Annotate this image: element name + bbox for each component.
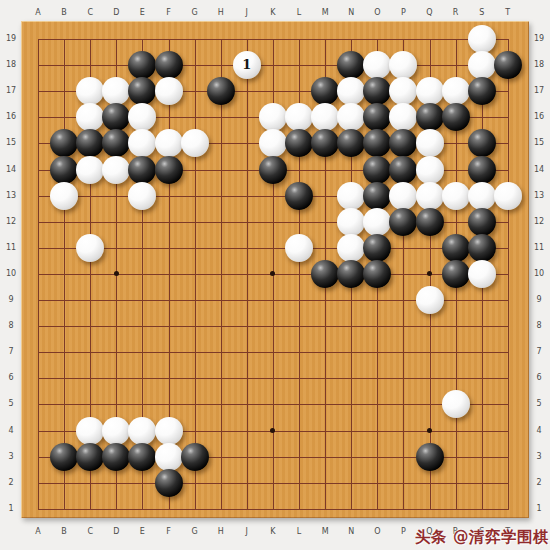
black-stone — [442, 260, 470, 288]
coordinate-label-top: M — [315, 8, 335, 18]
coordinate-label-bottom: B — [54, 527, 74, 537]
white-stone — [50, 182, 78, 210]
watermark: 头条 @清弈学围棋 — [415, 527, 549, 548]
coordinate-label-top: D — [106, 8, 126, 18]
coordinate-label-right: 6 — [529, 373, 549, 383]
white-stone — [128, 129, 156, 157]
white-stone — [468, 51, 496, 79]
black-stone — [50, 129, 78, 157]
white-stone — [442, 390, 470, 418]
white-stone — [416, 129, 444, 157]
white-stone — [102, 417, 130, 445]
black-stone — [76, 443, 104, 471]
coordinate-label-top: N — [341, 8, 361, 18]
coordinate-label-left: 9 — [1, 295, 21, 305]
coordinate-label-bottom: A — [28, 527, 48, 537]
black-stone — [363, 77, 391, 105]
coordinate-label-bottom: P — [393, 527, 413, 537]
black-stone — [363, 234, 391, 262]
black-stone — [468, 77, 496, 105]
white-stone — [468, 260, 496, 288]
black-stone — [468, 156, 496, 184]
coordinate-label-right: 7 — [529, 347, 549, 357]
black-stone — [442, 234, 470, 262]
coordinate-label-bottom: F — [159, 527, 179, 537]
coordinate-label-left: 11 — [1, 243, 21, 253]
black-stone — [337, 260, 365, 288]
coordinate-label-right: 13 — [529, 191, 549, 201]
coordinate-label-top: E — [132, 8, 152, 18]
white-stone — [155, 417, 183, 445]
black-stone — [494, 51, 522, 79]
coordinate-label-bottom: J — [237, 527, 257, 537]
star-point — [427, 428, 432, 433]
white-stone — [416, 182, 444, 210]
coordinate-label-left: 17 — [1, 86, 21, 96]
coordinate-label-top: T — [498, 8, 518, 18]
black-stone — [468, 129, 496, 157]
grid-line-vertical — [508, 39, 509, 510]
white-stone — [311, 103, 339, 131]
grid-line-horizontal — [38, 378, 509, 379]
coordinate-label-right: 15 — [529, 138, 549, 148]
page: 1 头条 @清弈学围棋 AABBCCDDEEFFGGHHJJKKLLMMNNOO… — [0, 0, 550, 550]
white-stone — [155, 129, 183, 157]
white-stone — [102, 77, 130, 105]
coordinate-label-top: J — [237, 8, 257, 18]
black-stone — [285, 182, 313, 210]
coordinate-label-right: 10 — [529, 269, 549, 279]
black-stone — [50, 443, 78, 471]
coordinate-label-top: H — [211, 8, 231, 18]
coordinate-label-left: 1 — [1, 504, 21, 514]
coordinate-label-right: 9 — [529, 295, 549, 305]
coordinate-label-bottom: N — [341, 527, 361, 537]
black-stone — [128, 77, 156, 105]
white-stone — [363, 208, 391, 236]
white-stone — [76, 77, 104, 105]
white-stone — [337, 234, 365, 262]
watermark-text: 头条 @清弈学围棋 — [415, 528, 549, 546]
coordinate-label-left: 16 — [1, 112, 21, 122]
white-stone — [155, 443, 183, 471]
white-stone — [76, 103, 104, 131]
coordinate-label-top: Q — [420, 8, 440, 18]
white-stone — [337, 182, 365, 210]
coordinate-label-left: 13 — [1, 191, 21, 201]
black-stone — [363, 182, 391, 210]
black-stone — [128, 156, 156, 184]
black-stone — [128, 443, 156, 471]
coordinate-label-left: 2 — [1, 478, 21, 488]
black-stone — [50, 156, 78, 184]
grid-line-horizontal — [38, 326, 509, 327]
white-stone — [259, 103, 287, 131]
black-stone — [442, 103, 470, 131]
coordinate-label-top: O — [367, 8, 387, 18]
white-stone — [389, 103, 417, 131]
black-stone — [311, 260, 339, 288]
black-stone — [76, 129, 104, 157]
coordinate-label-bottom: H — [211, 527, 231, 537]
white-stone — [337, 208, 365, 236]
white-stone — [128, 417, 156, 445]
white-stone — [337, 77, 365, 105]
black-stone — [311, 129, 339, 157]
white-stone — [155, 77, 183, 105]
coordinate-label-right: 18 — [529, 60, 549, 70]
coordinate-label-top: S — [472, 8, 492, 18]
white-stone — [337, 103, 365, 131]
star-point — [427, 271, 432, 276]
coordinate-label-bottom: G — [185, 527, 205, 537]
grid-line-horizontal — [38, 352, 509, 353]
white-stone — [494, 182, 522, 210]
move-1-stone: 1 — [233, 51, 261, 79]
black-stone — [416, 103, 444, 131]
black-stone — [102, 103, 130, 131]
coordinate-label-left: 8 — [1, 321, 21, 331]
coordinate-label-right: 5 — [529, 399, 549, 409]
coordinate-label-right: 16 — [529, 112, 549, 122]
white-stone — [181, 129, 209, 157]
coordinate-label-left: 19 — [1, 34, 21, 44]
coordinate-label-right: 17 — [529, 86, 549, 96]
black-stone — [155, 469, 183, 497]
black-stone — [102, 443, 130, 471]
coordinate-label-right: 4 — [529, 426, 549, 436]
coordinate-label-top: K — [263, 8, 283, 18]
black-stone — [389, 156, 417, 184]
grid-line-horizontal — [38, 509, 509, 510]
black-stone — [337, 51, 365, 79]
black-stone — [337, 129, 365, 157]
coordinate-label-top: C — [80, 8, 100, 18]
black-stone — [311, 77, 339, 105]
black-stone — [416, 443, 444, 471]
white-stone — [285, 234, 313, 262]
black-stone — [285, 129, 313, 157]
white-stone — [285, 103, 313, 131]
white-stone — [128, 103, 156, 131]
black-stone — [259, 156, 287, 184]
coordinate-label-right: 3 — [529, 452, 549, 462]
coordinate-label-right: 19 — [529, 34, 549, 44]
white-stone — [389, 51, 417, 79]
star-point — [114, 271, 119, 276]
coordinate-label-top: R — [446, 8, 466, 18]
black-stone — [363, 129, 391, 157]
coordinate-label-bottom: E — [132, 527, 152, 537]
black-stone — [363, 156, 391, 184]
white-stone — [389, 77, 417, 105]
white-stone — [76, 156, 104, 184]
white-stone — [416, 156, 444, 184]
star-point — [270, 428, 275, 433]
star-point — [270, 271, 275, 276]
black-stone — [155, 51, 183, 79]
black-stone — [363, 260, 391, 288]
white-stone — [76, 234, 104, 262]
coordinate-label-bottom: K — [263, 527, 283, 537]
coordinate-label-left: 10 — [1, 269, 21, 279]
black-stone — [102, 129, 130, 157]
coordinate-label-bottom: L — [289, 527, 309, 537]
coordinate-label-top: L — [289, 8, 309, 18]
black-stone — [155, 156, 183, 184]
coordinate-label-left: 5 — [1, 399, 21, 409]
white-stone — [259, 129, 287, 157]
coordinate-label-right: 1 — [529, 504, 549, 514]
white-stone — [442, 182, 470, 210]
coordinate-label-right: 8 — [529, 321, 549, 331]
white-stone — [389, 182, 417, 210]
coordinate-label-left: 12 — [1, 217, 21, 227]
white-stone — [102, 156, 130, 184]
coordinate-label-top: B — [54, 8, 74, 18]
coordinate-label-left: 15 — [1, 138, 21, 148]
white-stone — [416, 286, 444, 314]
go-board[interactable]: 1 — [21, 21, 529, 518]
coordinate-label-bottom: C — [80, 527, 100, 537]
white-stone — [468, 25, 496, 53]
coordinate-label-right: 12 — [529, 217, 549, 227]
move-number-label: 1 — [233, 51, 261, 79]
grid-line-horizontal — [38, 404, 509, 405]
white-stone — [363, 51, 391, 79]
white-stone — [76, 417, 104, 445]
coordinate-label-right: 2 — [529, 478, 549, 488]
coordinate-label-right: 11 — [529, 243, 549, 253]
white-stone — [468, 182, 496, 210]
black-stone — [416, 208, 444, 236]
black-stone — [128, 51, 156, 79]
coordinate-label-left: 18 — [1, 60, 21, 70]
black-stone — [468, 208, 496, 236]
coordinate-label-bottom: O — [367, 527, 387, 537]
black-stone — [363, 103, 391, 131]
white-stone — [416, 77, 444, 105]
white-stone — [442, 77, 470, 105]
white-stone — [128, 182, 156, 210]
coordinate-label-right: 14 — [529, 165, 549, 175]
coordinate-label-top: G — [185, 8, 205, 18]
coordinate-label-top: A — [28, 8, 48, 18]
black-stone — [181, 443, 209, 471]
black-stone — [389, 129, 417, 157]
coordinate-label-left: 6 — [1, 373, 21, 383]
black-stone — [468, 234, 496, 262]
coordinate-label-top: P — [393, 8, 413, 18]
black-stone — [207, 77, 235, 105]
grid-line-horizontal — [38, 483, 509, 484]
coordinate-label-bottom: M — [315, 527, 335, 537]
coordinate-label-left: 4 — [1, 426, 21, 436]
coordinate-label-bottom: D — [106, 527, 126, 537]
coordinate-label-top: F — [159, 8, 179, 18]
coordinate-label-left: 7 — [1, 347, 21, 357]
coordinate-label-left: 14 — [1, 165, 21, 175]
coordinate-label-left: 3 — [1, 452, 21, 462]
black-stone — [389, 208, 417, 236]
